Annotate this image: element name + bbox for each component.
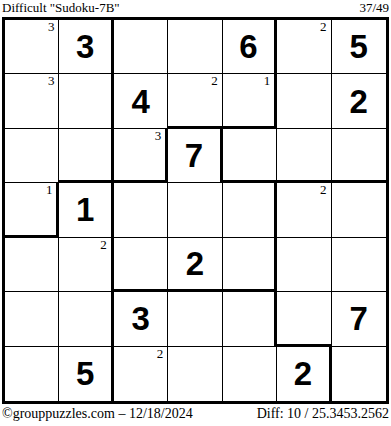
given-digit: 2	[186, 247, 204, 280]
given-digit: 1	[76, 193, 94, 226]
cell-r5c2[interactable]: 3	[114, 292, 168, 346]
cell-r4c6[interactable]	[332, 238, 386, 292]
cell-r0c6[interactable]: 5	[332, 20, 386, 74]
given-digit: 2	[350, 85, 368, 118]
cell-r5c0[interactable]	[5, 292, 59, 346]
cell-r2c0[interactable]	[5, 129, 59, 183]
cell-r4c5[interactable]	[277, 238, 331, 292]
cell-r0c0[interactable]: 3	[5, 20, 59, 74]
cell-r1c2[interactable]: 4	[114, 74, 168, 128]
cell-r5c1[interactable]	[59, 292, 113, 346]
cell-r3c2[interactable]	[114, 183, 168, 237]
given-digit: 5	[76, 357, 94, 390]
pencil-mark: 1	[264, 74, 271, 88]
cell-r1c3[interactable]: 2	[168, 74, 222, 128]
header: Difficult "Sudoku-7B" 37/49	[2, 0, 389, 16]
pencil-mark: 3	[48, 20, 55, 34]
cell-r4c4[interactable]	[223, 238, 277, 292]
pencil-mark: 3	[48, 74, 55, 88]
cell-r2c3[interactable]: 7	[168, 129, 222, 183]
cell-r1c6[interactable]: 2	[332, 74, 386, 128]
pencil-mark: 2	[100, 238, 107, 252]
given-digit: 3	[76, 30, 94, 63]
cell-r2c2[interactable]: 3	[114, 129, 168, 183]
cell-r3c5[interactable]: 2	[277, 183, 331, 237]
cell-r4c0[interactable]	[5, 238, 59, 292]
cell-r3c0[interactable]: 1	[5, 183, 59, 237]
sudoku-grid: 3362534212371122237522	[2, 17, 389, 404]
cell-r5c4[interactable]	[223, 292, 277, 346]
difficulty-info: Diff: 10 / 25.3453.2562	[257, 406, 389, 422]
given-digit: 7	[185, 139, 203, 172]
pencil-mark: 2	[320, 183, 327, 197]
footer: ©grouppuzzles.com – 12/18/2024 Diff: 10 …	[2, 406, 389, 424]
given-digit: 5	[350, 30, 368, 63]
cell-r5c3[interactable]	[168, 292, 222, 346]
copyright-date: ©grouppuzzles.com – 12/18/2024	[2, 406, 193, 422]
puzzle-title: Difficult "Sudoku-7B"	[2, 0, 120, 15]
cell-r6c6[interactable]	[332, 347, 386, 401]
cell-r0c5[interactable]: 2	[277, 20, 331, 74]
given-digit: 7	[350, 302, 368, 335]
cell-r5c5[interactable]	[277, 292, 331, 346]
cell-r4c2[interactable]	[114, 238, 168, 292]
given-digit: 3	[131, 302, 149, 335]
cell-r0c3[interactable]	[168, 20, 222, 74]
cell-r3c1[interactable]: 1	[59, 183, 113, 237]
cell-r6c4[interactable]	[223, 347, 277, 401]
pencil-mark: 2	[157, 347, 164, 361]
cell-r2c5[interactable]	[277, 129, 331, 183]
given-digit: 6	[239, 30, 257, 63]
cell-r1c4[interactable]: 1	[223, 74, 277, 128]
cell-r2c6[interactable]	[332, 129, 386, 183]
given-digit: 4	[131, 85, 149, 118]
pencil-mark: 3	[155, 129, 162, 143]
cell-r1c0[interactable]: 3	[5, 74, 59, 128]
pencil-mark: 2	[211, 74, 218, 88]
cell-r1c5[interactable]	[277, 74, 331, 128]
cell-r0c2[interactable]	[114, 20, 168, 74]
cell-r2c1[interactable]	[59, 129, 113, 183]
puzzle-counter: 37/49	[359, 0, 389, 15]
cell-r6c5[interactable]: 2	[277, 347, 331, 401]
cell-r6c1[interactable]: 5	[59, 347, 113, 401]
cell-r4c3[interactable]: 2	[168, 238, 222, 292]
pencil-mark: 1	[46, 183, 53, 197]
cell-r0c4[interactable]: 6	[223, 20, 277, 74]
cell-r6c0[interactable]	[5, 347, 59, 401]
cell-r4c1[interactable]: 2	[59, 238, 113, 292]
cell-r0c1[interactable]: 3	[59, 20, 113, 74]
pencil-mark: 2	[320, 20, 327, 34]
cell-r5c6[interactable]: 7	[332, 292, 386, 346]
cell-r1c1[interactable]	[59, 74, 113, 128]
cell-r3c3[interactable]	[168, 183, 222, 237]
cell-r6c2[interactable]: 2	[114, 347, 168, 401]
cell-r3c6[interactable]	[332, 183, 386, 237]
given-digit: 2	[294, 357, 312, 390]
cell-r2c4[interactable]	[223, 129, 277, 183]
cell-r3c4[interactable]	[223, 183, 277, 237]
cell-r6c3[interactable]	[168, 347, 222, 401]
